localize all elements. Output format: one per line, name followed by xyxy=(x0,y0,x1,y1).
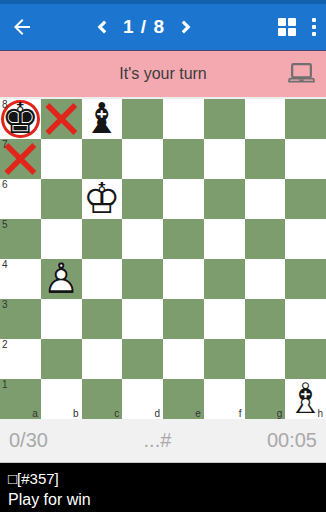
square-d4[interactable] xyxy=(122,259,163,299)
square-d2[interactable] xyxy=(122,339,163,379)
rank-label-5: 5 xyxy=(2,219,8,230)
square-b4[interactable]: ♙ xyxy=(41,259,82,299)
square-b5[interactable] xyxy=(41,219,82,259)
piece-white-pawn[interactable]: ♙ xyxy=(41,259,82,299)
square-h3[interactable] xyxy=(285,299,326,339)
square-c5[interactable] xyxy=(82,219,123,259)
square-b2[interactable] xyxy=(41,339,82,379)
three-dots-icon xyxy=(312,18,316,36)
square-c2[interactable] xyxy=(82,339,123,379)
timer: 00:05 xyxy=(267,429,317,452)
square-h2[interactable] xyxy=(285,339,326,379)
chevron-left-icon xyxy=(91,16,113,38)
turn-banner-text: It's your turn xyxy=(119,65,207,83)
square-d3[interactable] xyxy=(122,299,163,339)
square-d6[interactable] xyxy=(122,179,163,219)
file-label-f: f xyxy=(239,408,242,419)
square-g8[interactable] xyxy=(245,99,286,139)
square-h7[interactable] xyxy=(285,139,326,179)
square-f7[interactable] xyxy=(204,139,245,179)
puzzle-counter: 1 / 8 xyxy=(123,16,165,38)
chess-board: 8♚♝76♔54♙321abcdefgh♗ xyxy=(0,99,326,419)
rank-label-8: 8 xyxy=(2,99,8,110)
square-g3[interactable] xyxy=(245,299,286,339)
rank-label-6: 6 xyxy=(2,179,8,190)
square-h8[interactable] xyxy=(285,99,326,139)
square-a4[interactable]: 4 xyxy=(0,259,41,299)
square-c8[interactable]: ♝ xyxy=(82,99,123,139)
square-f5[interactable] xyxy=(204,219,245,259)
square-c1[interactable]: c xyxy=(82,379,123,419)
next-puzzle-button[interactable] xyxy=(175,16,197,38)
square-d8[interactable] xyxy=(122,99,163,139)
square-b7[interactable] xyxy=(41,139,82,179)
square-c6[interactable]: ♔ xyxy=(82,179,123,219)
square-g1[interactable]: g xyxy=(245,379,286,419)
square-h5[interactable] xyxy=(285,219,326,259)
square-f6[interactable] xyxy=(204,179,245,219)
prev-puzzle-button[interactable] xyxy=(91,16,113,38)
chevron-right-icon xyxy=(175,16,197,38)
square-d7[interactable] xyxy=(122,139,163,179)
app-screen: 1 / 8 It's your turn 8♚♝ xyxy=(0,0,326,512)
square-e1[interactable]: e xyxy=(163,379,204,419)
square-e3[interactable] xyxy=(163,299,204,339)
square-a8[interactable]: 8♚ xyxy=(0,99,41,139)
puzzle-task: Play for win xyxy=(8,489,318,510)
file-label-h: h xyxy=(317,408,323,419)
square-b1[interactable]: b xyxy=(41,379,82,419)
file-label-a: a xyxy=(32,408,38,419)
square-g7[interactable] xyxy=(245,139,286,179)
file-label-g: g xyxy=(277,408,283,419)
move-counter: 0/30 xyxy=(9,429,48,452)
rank-label-1: 1 xyxy=(2,379,8,390)
square-c7[interactable] xyxy=(82,139,123,179)
grid-icon xyxy=(278,18,296,36)
file-label-e: e xyxy=(195,408,201,419)
square-c3[interactable] xyxy=(82,299,123,339)
square-e7[interactable] xyxy=(163,139,204,179)
rank-label-2: 2 xyxy=(2,339,8,350)
square-f1[interactable]: f xyxy=(204,379,245,419)
square-e8[interactable] xyxy=(163,99,204,139)
topbar-actions xyxy=(278,18,316,36)
file-label-d: d xyxy=(154,408,160,419)
square-a3[interactable]: 3 xyxy=(0,299,41,339)
puzzle-navigation: 1 / 8 xyxy=(22,16,266,38)
square-b3[interactable] xyxy=(41,299,82,339)
square-e6[interactable] xyxy=(163,179,204,219)
square-f4[interactable] xyxy=(204,259,245,299)
square-d1[interactable]: d xyxy=(122,379,163,419)
square-g4[interactable] xyxy=(245,259,286,299)
square-e2[interactable] xyxy=(163,339,204,379)
puzzle-info-panel: □[#357] Play for win xyxy=(0,463,326,512)
turn-banner: It's your turn xyxy=(0,51,326,97)
square-h1[interactable]: h♗ xyxy=(285,379,326,419)
square-b8[interactable] xyxy=(41,99,82,139)
square-e4[interactable] xyxy=(163,259,204,299)
square-f3[interactable] xyxy=(204,299,245,339)
square-f8[interactable] xyxy=(204,99,245,139)
square-a2[interactable]: 2 xyxy=(0,339,41,379)
square-a5[interactable]: 5 xyxy=(0,219,41,259)
computer-icon xyxy=(285,57,318,94)
file-label-b: b xyxy=(73,408,79,419)
piece-black-bishop[interactable]: ♝ xyxy=(82,99,123,139)
red-cross-annotation xyxy=(41,99,82,139)
square-c4[interactable] xyxy=(82,259,123,299)
status-bar: 0/30 ...# 00:05 xyxy=(0,419,326,463)
square-h6[interactable] xyxy=(285,179,326,219)
rank-label-7: 7 xyxy=(2,139,8,150)
square-g6[interactable] xyxy=(245,179,286,219)
file-label-c: c xyxy=(114,408,119,419)
piece-white-king[interactable]: ♔ xyxy=(82,179,123,219)
rank-label-4: 4 xyxy=(2,259,8,270)
square-a7[interactable]: 7 xyxy=(0,139,41,179)
goal-indicator: ...# xyxy=(144,429,172,452)
square-g2[interactable] xyxy=(245,339,286,379)
square-a1[interactable]: 1a xyxy=(0,379,41,419)
top-app-bar: 1 / 8 xyxy=(0,4,326,51)
square-b6[interactable] xyxy=(41,179,82,219)
overflow-menu-button[interactable] xyxy=(312,18,316,36)
square-d5[interactable] xyxy=(122,219,163,259)
square-g5[interactable] xyxy=(245,219,286,259)
square-a6[interactable]: 6 xyxy=(0,179,41,219)
puzzle-number: □[#357] xyxy=(8,469,318,489)
square-e5[interactable] xyxy=(163,219,204,259)
square-h4[interactable] xyxy=(285,259,326,299)
square-f2[interactable] xyxy=(204,339,245,379)
grid-view-button[interactable] xyxy=(278,18,296,36)
rank-label-3: 3 xyxy=(2,299,8,310)
